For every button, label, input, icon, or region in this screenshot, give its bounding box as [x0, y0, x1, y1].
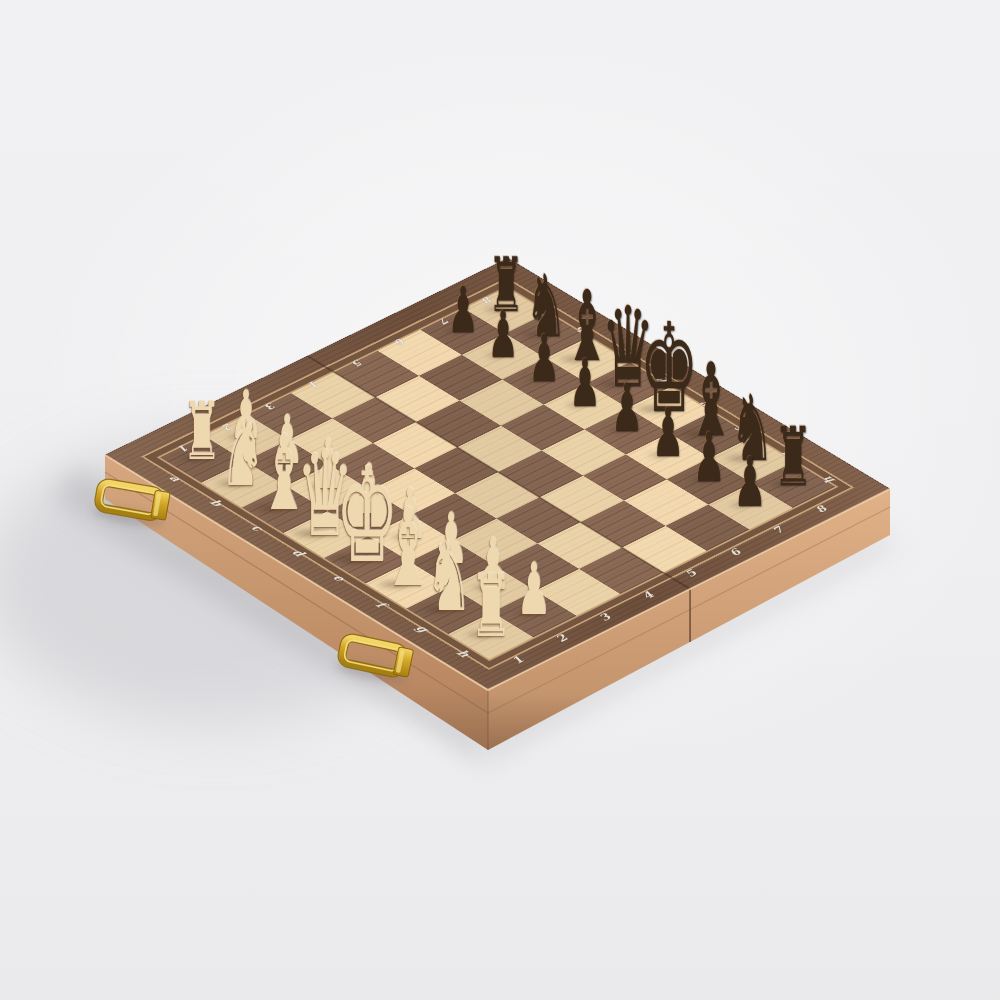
piece-black-pawn-d7: ♟ — [569, 351, 601, 417]
piece-white-rook-a1: ♜ — [183, 392, 222, 472]
piece-black-rook-h8: ♜ — [773, 417, 812, 498]
piece-white-pawn-h2: ♟ — [517, 553, 552, 625]
piece-black-pawn-c7: ♟ — [529, 327, 561, 392]
piece-black-pawn-e7: ♟ — [610, 375, 642, 442]
product-photo-scene: aabbccddeeffgghh1122334455667788 ♜♟♞♟♝♟♛… — [0, 0, 1000, 1000]
piece-black-pawn-h7: ♟ — [734, 448, 767, 517]
piece-black-pawn-a7: ♟ — [447, 278, 478, 342]
piece-white-rook-h1: ♜ — [470, 563, 512, 649]
piece-black-pawn-g7: ♟ — [692, 424, 725, 492]
piece-black-pawn-f7: ♟ — [651, 400, 684, 467]
piece-white-knight-g1: ♞ — [426, 529, 473, 626]
piece-black-pawn-b7: ♟ — [488, 302, 519, 366]
brass-clasp-right — [334, 635, 413, 687]
hardware-layer — [0, 0, 1000, 1000]
